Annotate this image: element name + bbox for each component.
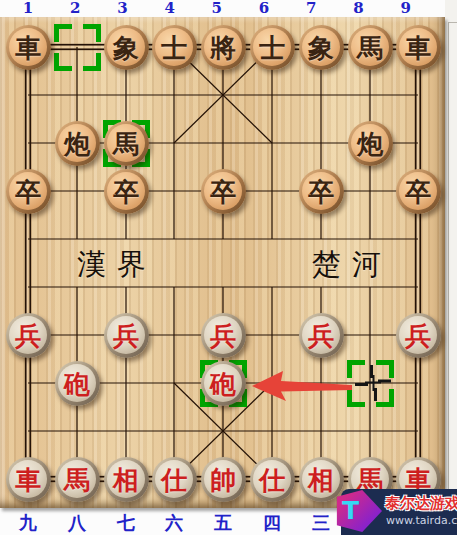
piece-red-砲[interactable]: 砲 (55, 361, 100, 406)
piece-red-砲[interactable]: 砲 (201, 361, 246, 406)
piece-black-士[interactable]: 士 (250, 25, 295, 70)
piece-black-象[interactable]: 象 (104, 25, 149, 70)
file-label-top-7: 7 (306, 0, 316, 16)
piece-black-馬[interactable]: 馬 (348, 25, 393, 70)
piece-black-馬[interactable]: 馬 (104, 121, 149, 166)
river-label-right: 楚河 (312, 249, 392, 279)
site-logo-icon: T (335, 490, 382, 532)
piece-black-卒[interactable]: 卒 (104, 169, 149, 214)
piece-black-車[interactable]: 車 (6, 25, 51, 70)
piece-red-仕[interactable]: 仕 (152, 457, 197, 502)
right-panel-edge (445, 0, 457, 535)
piece-red-兵[interactable]: 兵 (104, 313, 149, 358)
site-watermark: T 泰尔达游戏网 www.tairda.com (341, 489, 457, 535)
panel-border-line (448, 22, 457, 23)
panel-border-line (448, 22, 449, 535)
piece-red-相[interactable]: 相 (104, 457, 149, 502)
river-label-left: 漢界 (77, 249, 157, 279)
file-label-bottom-七: 七 (117, 512, 135, 534)
file-label-bottom-三: 三 (312, 512, 330, 534)
piece-black-卒[interactable]: 卒 (201, 169, 246, 214)
piece-black-象[interactable]: 象 (299, 25, 344, 70)
file-label-bottom-九: 九 (19, 512, 37, 534)
piece-black-卒[interactable]: 卒 (6, 169, 51, 214)
site-name: 泰尔达游戏网 (385, 495, 457, 512)
piece-black-炮[interactable]: 炮 (55, 121, 100, 166)
top-coordinate-strip (0, 0, 457, 17)
last-move-highlight (347, 360, 394, 407)
piece-red-帥[interactable]: 帥 (201, 457, 246, 502)
file-label-top-9: 9 (400, 0, 410, 16)
file-label-top-3: 3 (117, 0, 127, 16)
piece-black-將[interactable]: 將 (201, 25, 246, 70)
last-move-highlight (54, 24, 101, 71)
piece-red-車[interactable]: 車 (6, 457, 51, 502)
piece-red-兵[interactable]: 兵 (6, 313, 51, 358)
file-label-bottom-五: 五 (214, 512, 232, 534)
file-label-top-5: 5 (212, 0, 222, 16)
piece-black-士[interactable]: 士 (152, 25, 197, 70)
file-label-bottom-八: 八 (68, 512, 86, 534)
piece-black-卒[interactable]: 卒 (396, 169, 441, 214)
xiangqi-app: 漢界 楚河 車象士將士象馬車炮馬炮卒卒卒卒卒兵兵兵兵兵砲砲車馬相仕帥仕相馬車 1… (0, 0, 457, 535)
file-label-bottom-六: 六 (165, 512, 183, 534)
piece-red-仕[interactable]: 仕 (250, 457, 295, 502)
file-label-top-2: 2 (70, 0, 80, 16)
piece-red-馬[interactable]: 馬 (55, 457, 100, 502)
piece-red-兵[interactable]: 兵 (396, 313, 441, 358)
file-label-top-8: 8 (353, 0, 363, 16)
file-label-top-1: 1 (23, 0, 33, 16)
file-label-top-4: 4 (164, 0, 174, 16)
piece-black-車[interactable]: 車 (396, 25, 441, 70)
piece-red-兵[interactable]: 兵 (299, 313, 344, 358)
file-label-bottom-四: 四 (263, 512, 281, 534)
piece-black-卒[interactable]: 卒 (299, 169, 344, 214)
piece-black-炮[interactable]: 炮 (348, 121, 393, 166)
site-url: www.tairda.com (386, 514, 457, 527)
piece-red-兵[interactable]: 兵 (201, 313, 246, 358)
piece-red-相[interactable]: 相 (299, 457, 344, 502)
file-label-top-6: 6 (259, 0, 269, 16)
